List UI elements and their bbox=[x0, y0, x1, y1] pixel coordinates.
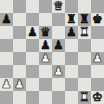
square-f5[interactable] bbox=[65, 39, 78, 52]
square-a5[interactable] bbox=[0, 39, 13, 52]
square-a1[interactable] bbox=[0, 91, 13, 104]
square-e5[interactable]: ♟ bbox=[52, 39, 65, 52]
chess-board: ♛♟♜♜♚♟♛♟♜♟♟♟♟♟♟♟♜♚ bbox=[0, 0, 104, 104]
square-f2[interactable] bbox=[65, 78, 78, 91]
square-c2[interactable] bbox=[26, 78, 39, 91]
piece-white-queen: ♛ bbox=[53, 0, 64, 13]
square-b6[interactable] bbox=[13, 26, 26, 39]
square-a4[interactable] bbox=[0, 52, 13, 65]
square-g4[interactable] bbox=[78, 52, 91, 65]
piece-white-pawn: ♟ bbox=[1, 78, 12, 91]
square-e7[interactable] bbox=[52, 13, 65, 26]
square-f3[interactable] bbox=[65, 65, 78, 78]
square-e2[interactable] bbox=[52, 78, 65, 91]
square-h1[interactable]: ♚ bbox=[91, 91, 104, 104]
square-d2[interactable] bbox=[39, 78, 52, 91]
piece-white-pawn: ♟ bbox=[14, 78, 25, 91]
square-b1[interactable] bbox=[13, 91, 26, 104]
square-c6[interactable]: ♟ bbox=[26, 26, 39, 39]
square-a2[interactable]: ♟ bbox=[0, 78, 13, 91]
square-f6[interactable]: ♟ bbox=[65, 26, 78, 39]
square-h4[interactable]: ♟ bbox=[91, 52, 104, 65]
square-c8[interactable] bbox=[26, 0, 39, 13]
square-f4[interactable] bbox=[65, 52, 78, 65]
square-h6[interactable] bbox=[91, 26, 104, 39]
square-c5[interactable] bbox=[26, 39, 39, 52]
piece-black-pawn: ♟ bbox=[27, 26, 38, 39]
piece-white-rook: ♜ bbox=[79, 91, 90, 104]
square-h7[interactable]: ♚ bbox=[91, 13, 104, 26]
piece-white-rook: ♜ bbox=[79, 26, 90, 39]
piece-black-pawn: ♟ bbox=[1, 13, 12, 26]
square-g3[interactable] bbox=[78, 65, 91, 78]
square-c1[interactable] bbox=[26, 91, 39, 104]
square-g6[interactable]: ♜ bbox=[78, 26, 91, 39]
square-a6[interactable] bbox=[0, 26, 13, 39]
square-h3[interactable] bbox=[91, 65, 104, 78]
square-g5[interactable] bbox=[78, 39, 91, 52]
square-c3[interactable] bbox=[26, 65, 39, 78]
square-c4[interactable] bbox=[26, 52, 39, 65]
square-b8[interactable] bbox=[13, 0, 26, 13]
piece-black-pawn: ♟ bbox=[66, 26, 77, 39]
square-b7[interactable] bbox=[13, 13, 26, 26]
piece-white-pawn: ♟ bbox=[53, 65, 64, 78]
square-d4[interactable]: ♟ bbox=[39, 52, 52, 65]
square-d1[interactable] bbox=[39, 91, 52, 104]
piece-white-pawn: ♟ bbox=[40, 52, 51, 65]
square-g1[interactable]: ♜ bbox=[78, 91, 91, 104]
square-e1[interactable] bbox=[52, 91, 65, 104]
piece-white-pawn: ♟ bbox=[92, 52, 103, 65]
square-e3[interactable]: ♟ bbox=[52, 65, 65, 78]
square-f1[interactable] bbox=[65, 91, 78, 104]
square-e8[interactable]: ♛ bbox=[52, 0, 65, 13]
square-b2[interactable]: ♟ bbox=[13, 78, 26, 91]
piece-white-king: ♚ bbox=[92, 91, 103, 104]
square-d8[interactable] bbox=[39, 0, 52, 13]
square-b5[interactable] bbox=[13, 39, 26, 52]
square-d3[interactable] bbox=[39, 65, 52, 78]
square-a7[interactable]: ♟ bbox=[0, 13, 13, 26]
square-b4[interactable] bbox=[13, 52, 26, 65]
piece-black-king: ♚ bbox=[92, 13, 103, 26]
piece-black-pawn: ♟ bbox=[53, 39, 64, 52]
